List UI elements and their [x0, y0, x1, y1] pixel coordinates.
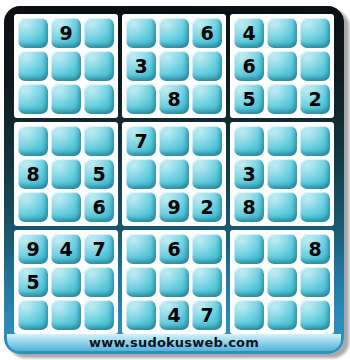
cell-r7c7[interactable] [234, 234, 264, 264]
box-1-1: 9 [14, 14, 118, 118]
cell-r1c1[interactable] [18, 18, 48, 48]
cell-r2c2[interactable] [51, 51, 81, 81]
cell-r8c5[interactable] [159, 267, 189, 297]
cell-r9c5[interactable]: 4 [159, 300, 189, 330]
box-2-2: 792 [122, 122, 226, 226]
cell-r6c9[interactable] [300, 192, 330, 222]
cell-r7c2[interactable]: 4 [51, 234, 81, 264]
cell-r4c5[interactable] [159, 126, 189, 156]
cell-r2c3[interactable] [84, 51, 114, 81]
sudoku-grid: 963846528567923894756478 [14, 14, 334, 334]
cell-r9c8[interactable] [267, 300, 297, 330]
cell-r2c8[interactable] [267, 51, 297, 81]
cell-r3c1[interactable] [18, 84, 48, 114]
box-3-1: 9475 [14, 230, 118, 334]
cell-r4c8[interactable] [267, 126, 297, 156]
cell-r4c4[interactable]: 7 [126, 126, 156, 156]
page-background: 963846528567923894756478 www.sudokusweb.… [0, 0, 350, 360]
cell-r6c3[interactable]: 6 [84, 192, 114, 222]
cell-r1c5[interactable] [159, 18, 189, 48]
cell-r5c2[interactable] [51, 159, 81, 189]
cell-r1c2[interactable]: 9 [51, 18, 81, 48]
cell-r5c7[interactable]: 3 [234, 159, 264, 189]
cell-r6c5[interactable]: 9 [159, 192, 189, 222]
cell-r1c9[interactable] [300, 18, 330, 48]
cell-r5c5[interactable] [159, 159, 189, 189]
cell-r4c3[interactable] [84, 126, 114, 156]
cell-r8c3[interactable] [84, 267, 114, 297]
site-url-link[interactable]: www.sudokusweb.com [89, 335, 259, 350]
cell-r2c5[interactable] [159, 51, 189, 81]
cell-r4c1[interactable] [18, 126, 48, 156]
cell-r8c2[interactable] [51, 267, 81, 297]
cell-r1c4[interactable] [126, 18, 156, 48]
cell-r6c6[interactable]: 2 [192, 192, 222, 222]
cell-r9c1[interactable] [18, 300, 48, 330]
cell-r4c9[interactable] [300, 126, 330, 156]
cell-r9c2[interactable] [51, 300, 81, 330]
cell-r6c8[interactable] [267, 192, 297, 222]
cell-r8c6[interactable] [192, 267, 222, 297]
cell-r9c9[interactable] [300, 300, 330, 330]
cell-r5c6[interactable] [192, 159, 222, 189]
cell-r7c3[interactable]: 7 [84, 234, 114, 264]
cell-r5c1[interactable]: 8 [18, 159, 48, 189]
cell-r1c8[interactable] [267, 18, 297, 48]
box-3-2: 647 [122, 230, 226, 334]
cell-r8c8[interactable] [267, 267, 297, 297]
sudoku-board: 963846528567923894756478 www.sudokusweb.… [4, 6, 344, 354]
cell-r3c2[interactable] [51, 84, 81, 114]
cell-r2c1[interactable] [18, 51, 48, 81]
cell-r7c4[interactable] [126, 234, 156, 264]
cell-r7c9[interactable]: 8 [300, 234, 330, 264]
cell-r9c7[interactable] [234, 300, 264, 330]
cell-r9c4[interactable] [126, 300, 156, 330]
cell-r7c8[interactable] [267, 234, 297, 264]
cell-r8c4[interactable] [126, 267, 156, 297]
cell-r3c7[interactable]: 5 [234, 84, 264, 114]
cell-r2c9[interactable] [300, 51, 330, 81]
cell-r7c5[interactable]: 6 [159, 234, 189, 264]
footer-band: www.sudokusweb.com [7, 334, 341, 351]
box-1-2: 638 [122, 14, 226, 118]
cell-r4c2[interactable] [51, 126, 81, 156]
cell-r5c9[interactable] [300, 159, 330, 189]
cell-r6c7[interactable]: 8 [234, 192, 264, 222]
box-1-3: 4652 [230, 14, 334, 118]
box-3-3: 8 [230, 230, 334, 334]
cell-r1c3[interactable] [84, 18, 114, 48]
cell-r1c6[interactable]: 6 [192, 18, 222, 48]
cell-r6c1[interactable] [18, 192, 48, 222]
cell-r3c6[interactable] [192, 84, 222, 114]
cell-r8c1[interactable]: 5 [18, 267, 48, 297]
cell-r3c8[interactable] [267, 84, 297, 114]
cell-r2c4[interactable]: 3 [126, 51, 156, 81]
cell-r9c3[interactable] [84, 300, 114, 330]
cell-r2c6[interactable] [192, 51, 222, 81]
cell-r8c7[interactable] [234, 267, 264, 297]
cell-r5c4[interactable] [126, 159, 156, 189]
cell-r2c7[interactable]: 6 [234, 51, 264, 81]
cell-r1c7[interactable]: 4 [234, 18, 264, 48]
cell-r9c6[interactable]: 7 [192, 300, 222, 330]
box-2-1: 856 [14, 122, 118, 226]
box-2-3: 38 [230, 122, 334, 226]
cell-r5c8[interactable] [267, 159, 297, 189]
cell-r3c5[interactable]: 8 [159, 84, 189, 114]
cell-r5c3[interactable]: 5 [84, 159, 114, 189]
cell-r4c6[interactable] [192, 126, 222, 156]
cell-r4c7[interactable] [234, 126, 264, 156]
cell-r8c9[interactable] [300, 267, 330, 297]
cell-r7c6[interactable] [192, 234, 222, 264]
cell-r6c4[interactable] [126, 192, 156, 222]
cell-r3c9[interactable]: 2 [300, 84, 330, 114]
cell-r6c2[interactable] [51, 192, 81, 222]
cell-r3c4[interactable] [126, 84, 156, 114]
cell-r3c3[interactable] [84, 84, 114, 114]
cell-r7c1[interactable]: 9 [18, 234, 48, 264]
